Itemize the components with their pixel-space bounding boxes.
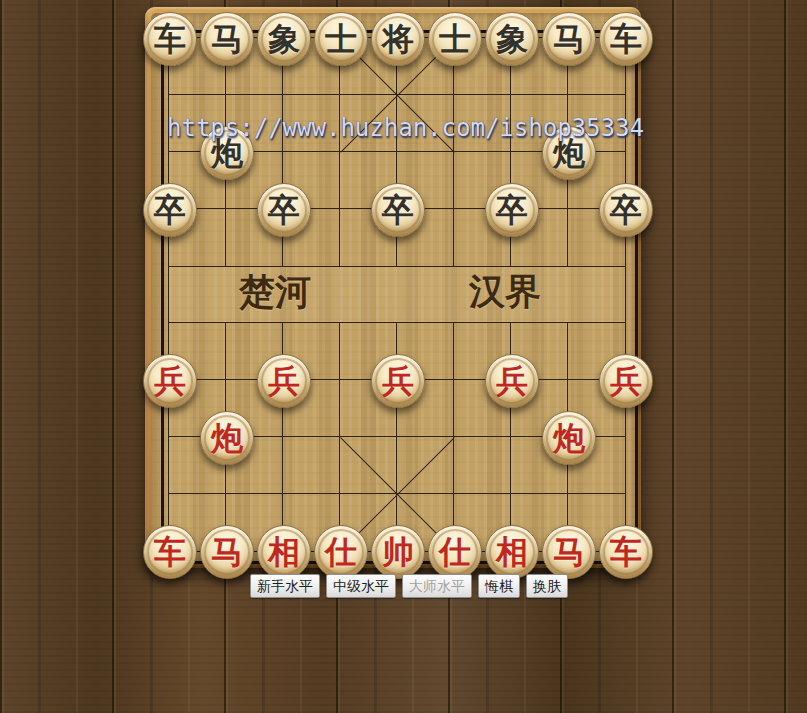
piece-red-仕[interactable]: 仕 <box>314 525 368 579</box>
piece-red-炮[interactable]: 炮 <box>200 411 254 465</box>
piece-black-卒[interactable]: 卒 <box>599 183 653 237</box>
piece-red-仕[interactable]: 仕 <box>428 525 482 579</box>
piece-black-卒[interactable]: 卒 <box>371 183 425 237</box>
piece-red-兵[interactable]: 兵 <box>371 354 425 408</box>
game-controls: 新手水平 中级水平 大师水平 悔棋 换肤 <box>250 574 568 598</box>
piece-black-卒[interactable]: 卒 <box>257 183 311 237</box>
piece-black-将[interactable]: 将 <box>371 12 425 66</box>
piece-black-马[interactable]: 马 <box>542 12 596 66</box>
piece-black-士[interactable]: 士 <box>314 12 368 66</box>
piece-red-兵[interactable]: 兵 <box>257 354 311 408</box>
river-label-chu-he: 楚河 <box>239 273 349 309</box>
novice-level-button[interactable]: 新手水平 <box>250 574 320 598</box>
page-background: 楚河 汉界 车马象士将士象马车炮炮卒卒卒卒卒兵兵兵兵兵炮炮车马相仕帅仕相马车 h… <box>0 0 807 713</box>
grid-cell <box>283 95 340 152</box>
grid-cell <box>397 437 454 494</box>
change-skin-button[interactable]: 换肤 <box>526 574 568 598</box>
intermediate-level-button[interactable]: 中级水平 <box>326 574 396 598</box>
piece-black-车[interactable]: 车 <box>599 12 653 66</box>
piece-red-马[interactable]: 马 <box>200 525 254 579</box>
piece-black-士[interactable]: 士 <box>428 12 482 66</box>
piece-black-卒[interactable]: 卒 <box>485 183 539 237</box>
xiangqi-board: 楚河 汉界 车马象士将士象马车炮炮卒卒卒卒卒兵兵兵兵兵炮炮车马相仕帅仕相马车 <box>145 7 641 568</box>
grid-cell <box>454 437 511 494</box>
piece-red-帅[interactable]: 帅 <box>371 525 425 579</box>
grid-cell <box>454 95 511 152</box>
piece-black-象[interactable]: 象 <box>257 12 311 66</box>
piece-black-车[interactable]: 车 <box>143 12 197 66</box>
piece-black-卒[interactable]: 卒 <box>143 183 197 237</box>
grid-cell <box>283 437 340 494</box>
river: 楚河 汉界 <box>168 267 626 322</box>
river-char: 楚河 <box>239 273 311 309</box>
master-level-button[interactable]: 大师水平 <box>402 574 472 598</box>
board-surface[interactable]: 楚河 汉界 车马象士将士象马车炮炮卒卒卒卒卒兵兵兵兵兵炮炮车马相仕帅仕相马车 <box>151 13 635 562</box>
grid-cell <box>340 437 397 494</box>
piece-red-车[interactable]: 车 <box>143 525 197 579</box>
piece-red-炮[interactable]: 炮 <box>542 411 596 465</box>
river-label-han-jie: 汉界 <box>469 273 579 309</box>
piece-black-马[interactable]: 马 <box>200 12 254 66</box>
piece-red-兵[interactable]: 兵 <box>143 354 197 408</box>
piece-red-兵[interactable]: 兵 <box>485 354 539 408</box>
piece-black-炮[interactable]: 炮 <box>542 126 596 180</box>
piece-red-马[interactable]: 马 <box>542 525 596 579</box>
river-char: 汉界 <box>469 273 541 309</box>
grid-cell <box>397 95 454 152</box>
piece-red-兵[interactable]: 兵 <box>599 354 653 408</box>
piece-red-车[interactable]: 车 <box>599 525 653 579</box>
piece-black-炮[interactable]: 炮 <box>200 126 254 180</box>
piece-black-象[interactable]: 象 <box>485 12 539 66</box>
grid-cell <box>340 95 397 152</box>
piece-red-相[interactable]: 相 <box>485 525 539 579</box>
piece-red-相[interactable]: 相 <box>257 525 311 579</box>
undo-move-button[interactable]: 悔棋 <box>478 574 520 598</box>
